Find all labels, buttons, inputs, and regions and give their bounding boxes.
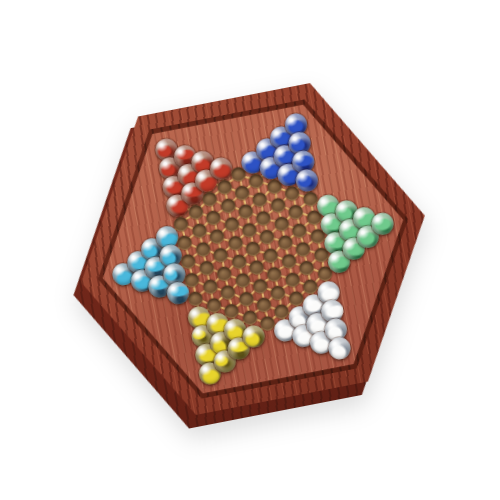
board-photo	[0, 0, 500, 500]
